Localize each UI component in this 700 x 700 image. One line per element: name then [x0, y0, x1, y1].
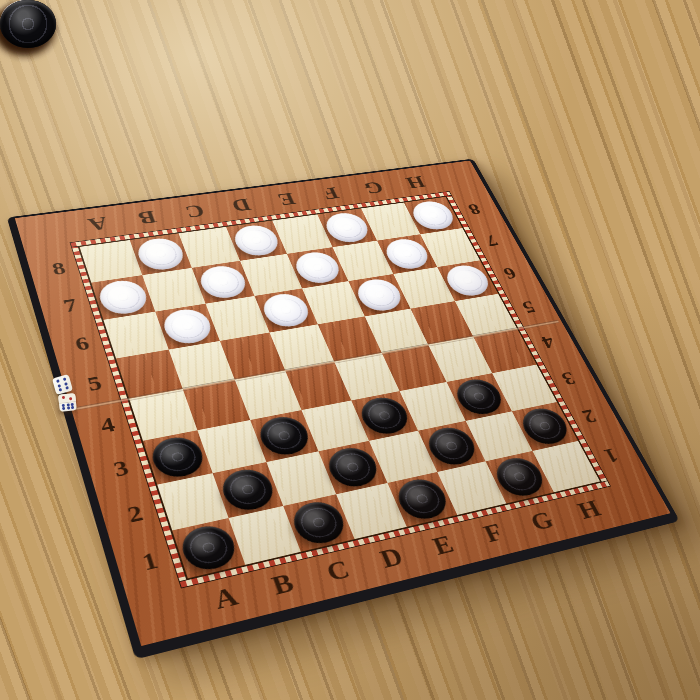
- off-board-black-checker[interactable]: [0, 0, 56, 48]
- die[interactable]: [52, 374, 73, 395]
- die[interactable]: [58, 393, 77, 412]
- off-board-pieces: [0, 0, 700, 700]
- die-face-6: [52, 374, 73, 395]
- die-face-6: [59, 401, 77, 412]
